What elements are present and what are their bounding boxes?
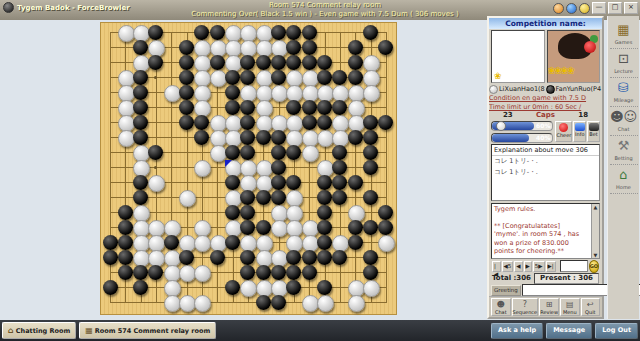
log-out-button[interactable]: Log Out [595,323,638,339]
black-stone [363,145,378,160]
strip-mileage-button[interactable]: ⛁Mileage [610,78,638,107]
info-icon [575,123,585,131]
white-stone [148,220,165,237]
black-stone [286,40,301,55]
black-stone [363,130,378,145]
white-stone [286,130,303,147]
lecture-icon: ⊡ [610,52,638,66]
black-stone [317,55,332,70]
black-stone [148,25,163,40]
black-stone [103,280,118,295]
black-stone [363,160,378,175]
black-stone [103,250,118,265]
black-stone [240,265,255,280]
go-button[interactable]: GO [589,260,599,273]
white-stone [302,145,319,162]
black-stone [256,295,271,310]
nav-button-3[interactable]: ▶ [524,261,532,272]
black-stone [271,160,286,175]
black-stone [317,175,332,190]
present-move: Present : 306 [534,273,599,284]
white-stone [286,70,303,87]
white-stone [332,235,349,252]
black-stone [179,85,194,100]
review-icon: ⊞ [540,300,558,309]
black-stone [348,130,363,145]
black-stone [225,235,240,250]
black-stone [240,55,255,70]
black-stone [363,190,378,205]
black-stone [179,115,194,130]
black-stone [225,100,240,115]
black-stone [256,265,271,280]
chat-message-line: won a prize of 830.000 [494,239,589,248]
black-stone [302,250,317,265]
black-stone [256,190,271,205]
app-icon [3,2,14,13]
white-stone-icon [489,85,498,94]
black-stone [286,265,301,280]
chat-toolbar-button[interactable]: ☻Chat [491,298,511,316]
black-stone [348,70,363,85]
nav-button-4[interactable]: 5▶ [533,261,545,272]
black-stone [133,190,148,205]
slider2-value: 40% [536,134,550,142]
greeting-tab[interactable]: Greeting [491,285,521,296]
white-stone [363,55,380,72]
black-stone [256,220,271,235]
black-stone [378,220,393,235]
black-stone [332,70,347,85]
black-stone [271,130,286,145]
black-stone [179,250,194,265]
black-stone [133,115,148,130]
chat-icon: ☻ [492,300,510,309]
black-stone-icon [546,85,555,94]
strip-label: Home [616,184,631,190]
black-stone [148,145,163,160]
message-button[interactable]: Message [546,323,592,339]
black-stone [332,160,347,175]
black-stone [194,115,209,130]
explanation-line: コレ 1トリ-・. [492,156,599,167]
white-stone [194,235,211,252]
chat-message-line: points for cheering.** [494,247,589,256]
black-stone [286,175,301,190]
white-stone [133,160,150,177]
black-stone [363,250,378,265]
black-stone [317,115,332,130]
white-stone [240,280,257,297]
black-stone [348,175,363,190]
black-stone [348,55,363,70]
nav-button-0[interactable]: |◀ [492,261,501,272]
black-stone [317,235,332,250]
black-stone [271,55,286,70]
black-stone [133,100,148,115]
strip-label: Mileage [614,97,633,103]
black-stone [332,175,347,190]
black-stone [133,280,148,295]
cheer-button[interactable]: Cheer [555,121,572,142]
black-stone [133,70,148,85]
black-stone [210,55,225,70]
status-subtitle: Commenting Over( Black 1.5 win ) - Even … [170,10,480,19]
black-stone [133,130,148,145]
white-stone [363,85,380,102]
black-stone [179,100,194,115]
white-stone [286,220,303,237]
white-stone [286,205,303,222]
black-stone [133,175,148,190]
white-player-name: LiXuanHao1(8 [499,85,545,93]
slider1-value: 60% [536,122,550,130]
black-stone [302,100,317,115]
white-stone [256,100,273,117]
white-stone [348,100,365,117]
info-button[interactable]: Info [573,121,586,142]
last-move-marker [225,160,232,167]
flower-icon: ❀ [494,71,502,81]
black-stone [378,205,393,220]
black-stone [179,55,194,70]
explanation-line: コレ 1トリ-・. [492,167,599,178]
white-stone [194,70,211,87]
white-stone [332,85,349,102]
quick-icon-3[interactable] [579,3,590,14]
black-stone [179,70,194,85]
black-stone [210,25,225,40]
white-stone [179,190,196,207]
black-player-entry[interactable]: FanYunRuo(P4 [546,85,603,94]
chat-scrollbar[interactable]: ▲▼ [591,204,599,258]
white-stone [286,190,303,207]
black-stone [240,190,255,205]
black-stone [118,205,133,220]
chat-message-line: ** [Congratulatates] [494,222,589,231]
white-stone [133,205,150,222]
nav-button-2[interactable]: ◀ [514,261,522,272]
black-stone [317,70,332,85]
cheer-ball-icon [559,123,568,132]
bet-button[interactable]: Bet [587,121,600,142]
black-stone [286,250,301,265]
black-stone [271,70,286,85]
review-toolbar-button[interactable]: ⊞Review [539,298,559,316]
taskbar: ⌂ Chatting Room ▦ Room 574 Comment relay… [0,320,640,341]
white-stone [194,295,211,312]
black-stone [133,85,148,100]
ask-a-help-button[interactable]: Ask a help [491,323,543,339]
home-icon: ⌂ [610,168,638,182]
black-stone [240,70,255,85]
menu-icon: ▤ [561,300,579,309]
black-stone [286,55,301,70]
black-stone [378,115,393,130]
games-icon: ▦ [610,23,638,37]
white-stone [194,220,211,237]
white-stone [194,100,211,117]
explanation-title: Explanation about move 306 [492,145,599,156]
white-stone [148,235,165,252]
black-stone [225,175,240,190]
quit-toolbar-button[interactable]: ↩Quit [581,298,601,316]
caps-label: Caps [527,111,565,120]
game-info-panel: Competition name: ❀ ❀❀❀❀ LiXuanHao1(8 Fa… [487,16,604,319]
white-stone [240,40,257,57]
white-stone [240,235,257,252]
minimize-button[interactable]: — [592,2,606,14]
black-stone [118,265,133,280]
black-stone [286,145,301,160]
strip-lecture-button[interactable]: ⊡Lecture [610,49,638,78]
mileage-icon: ⛁ [610,81,638,95]
black-stone [317,280,332,295]
white-stone [363,280,380,297]
total-moves: Total :306 [492,274,531,282]
black-stone [256,55,271,70]
nav-button-5[interactable]: ▶| [546,261,556,272]
black-stone [363,115,378,130]
white-stone [194,55,211,72]
black-stone [240,115,255,130]
black-stone [348,40,363,55]
white-stone [240,25,257,42]
chat-message-line: Tygem rules. [494,205,589,214]
menu-toolbar-button[interactable]: ▤Menu [560,298,580,316]
white-stone [148,175,165,192]
black-stone [225,70,240,85]
black-stone [271,265,286,280]
white-stone [240,160,257,177]
black-stone [194,25,209,40]
black-stone [317,205,332,220]
flower-garland-icon: ❀❀❀❀ [548,65,600,76]
black-stone [179,40,194,55]
strip-home-button[interactable]: ⌂Home [610,165,638,194]
white-stone [148,40,165,57]
white-stone [240,175,257,192]
white-stone [194,40,211,57]
white-stone [332,115,349,132]
black-stone [210,250,225,265]
black-stone [271,175,286,190]
black-stone [363,220,378,235]
explanation-box: Explanation about move 306 コレ 1トリ-・. コレ … [491,144,600,201]
black-stone [363,25,378,40]
black-stone [225,280,240,295]
go-board[interactable] [100,22,397,315]
black-stone [317,250,332,265]
chat-message-line [494,213,589,222]
room-subtitle: Room 574 Comment relay room [170,1,480,10]
restore-button[interactable]: □ [608,2,622,14]
black-stone [240,130,255,145]
black-stone [332,145,347,160]
black-stone [133,40,148,55]
black-stone [225,85,240,100]
white-stone [348,205,365,222]
black-stone [271,145,286,160]
black-stone [332,250,347,265]
strip-label: Games [615,39,633,45]
quit-icon: ↩ [582,300,600,309]
black-captures: 18 [564,111,602,120]
black-stone [148,55,163,70]
bet-icon [589,123,599,131]
black-player-photo: ❀❀❀❀ [547,30,601,83]
black-stone [317,100,332,115]
black-stone [271,25,286,40]
nav-button-1[interactable]: ◀5 [502,261,514,272]
time-limit-line: Time limit ur 0min : 60 Sec / [489,103,602,112]
black-stone [133,265,148,280]
black-stone [302,25,317,40]
move-number-input[interactable] [560,260,588,272]
black-player-name: FanYunRuo(P4 [556,85,602,93]
strip-chat-button[interactable]: ☻☺Chat [610,107,638,136]
black-stone [194,130,209,145]
window-title: Tygem Badok - ForceBrowler [17,4,130,12]
black-stone [103,235,118,250]
white-stone [348,295,365,312]
white-stone [194,160,211,177]
black-stone [118,250,133,265]
white-stone [378,235,395,252]
black-stone [286,280,301,295]
black-stone [240,100,255,115]
white-player-entry[interactable]: LiXuanHao1(8 [489,85,546,94]
white-stone [286,115,303,132]
close-button[interactable]: × [624,2,638,14]
sequence-toolbar-button[interactable]: ?Sequence [512,298,539,316]
black-stone [256,130,271,145]
strip-label: Chat [618,126,630,132]
tab-chatting-room[interactable]: ⌂ Chatting Room [2,322,76,339]
white-player-photo: ❀ [491,30,545,83]
cheer-slider-black[interactable]: 40% [491,133,553,143]
black-stone [118,220,133,235]
chat-icon: ☻☺ [610,110,638,124]
quick-icon-2[interactable] [566,3,577,14]
chat-box[interactable]: Tygem rules. ** [Congratulatates]'myme'.… [491,203,600,259]
quick-icon-1[interactable] [553,3,564,14]
black-stone [148,265,163,280]
black-stone [348,235,363,250]
black-stone [378,40,393,55]
sequence-icon: ? [513,300,538,309]
black-stone [118,235,133,250]
white-stone [317,295,334,312]
competition-header: Competition name: [489,18,602,29]
rose-icon [584,41,596,53]
black-stone [332,190,347,205]
black-stone [302,265,317,280]
white-stone [164,220,181,237]
white-stone [148,250,165,267]
black-stone [317,190,332,205]
black-stone [225,205,240,220]
tab-room-574[interactable]: ▦ Room 574 Comment relay room [79,322,216,339]
black-stone [317,220,332,235]
black-stone [302,40,317,55]
black-stone [164,235,179,250]
white-stone [240,85,257,102]
black-stone [271,190,286,205]
black-stone [240,145,255,160]
cheer-slider-white[interactable]: 60% [491,121,553,131]
white-stone [332,130,349,147]
black-stone [363,265,378,280]
black-stone [286,25,301,40]
chat-message-line: 'myme'. in room 574 , has [494,230,589,239]
white-stone [164,280,181,297]
black-stone [302,115,317,130]
black-stone [240,250,255,265]
board-icon: ▦ [85,324,93,338]
white-stone [256,235,273,252]
black-stone [225,145,240,160]
sidebar-icon-strip: ▦Games⊡Lecture⛁Mileage☻☺Chat⚒Betting⌂Hom… [607,16,639,319]
white-stone [286,235,303,252]
black-stone [302,55,317,70]
home-icon: ⌂ [8,324,14,338]
black-stone [332,100,347,115]
white-stone [194,265,211,282]
white-stone [363,70,380,87]
strip-games-button[interactable]: ▦Games [610,20,638,49]
black-stone [286,100,301,115]
black-stone [348,220,363,235]
strip-betting-button[interactable]: ⚒Betting [610,136,638,165]
betting-icon: ⚒ [610,139,638,153]
strip-label: Lecture [614,68,633,74]
black-stone [271,295,286,310]
condition-line: Condition en game with 7.5 D [489,94,602,103]
black-stone [240,205,255,220]
white-stone [286,85,303,102]
black-stone [240,220,255,235]
white-stone [194,85,211,102]
strip-label: Betting [614,155,632,161]
white-captures: 23 [489,111,527,120]
